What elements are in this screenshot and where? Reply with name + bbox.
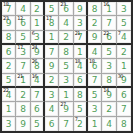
cell-r2c5[interactable]: 217 — [74, 31, 88, 45]
cage-sum-label: 16 — [103, 2, 108, 7]
cell-digit: 7 — [92, 76, 98, 85]
cell-digit: 2 — [34, 5, 40, 14]
cell-r4c2[interactable]: 268 — [31, 59, 45, 73]
cell-r5c2[interactable]: 164 — [31, 74, 45, 88]
cell-r2c7[interactable]: 226 — [102, 31, 116, 45]
cell-digit: 8 — [77, 91, 83, 100]
cell-digit: 1 — [77, 48, 83, 57]
cell-digit: 1 — [121, 62, 127, 71]
cell-digit: 9 — [92, 33, 98, 42]
cell-digit: 6 — [49, 120, 55, 129]
cell-digit: 5 — [106, 48, 112, 57]
cell-r8c6[interactable]: 1 — [88, 117, 102, 131]
cage-sum-label: 7 — [118, 31, 121, 36]
cell-digit: 8 — [92, 5, 98, 14]
cell-r1c8[interactable]: 5 — [117, 16, 131, 30]
cell-r3c7[interactable]: 5 — [102, 45, 116, 59]
cell-digit: 7 — [49, 48, 55, 57]
cell-digit: 4 — [92, 48, 98, 57]
cell-digit: 5 — [92, 91, 98, 100]
cell-r2c4[interactable]: 2 — [59, 31, 73, 45]
cage-sum-label: 24 — [32, 45, 37, 50]
cell-digit: 8 — [20, 105, 26, 114]
cage-sum-label: 23 — [3, 16, 8, 21]
cell-digit: 9 — [20, 120, 26, 129]
cell-r4c3[interactable]: 9 — [45, 59, 59, 73]
cell-digit: 8 — [6, 33, 12, 42]
cell-digit: 5 — [49, 5, 55, 14]
cell-digit: 2 — [49, 76, 55, 85]
cell-digit: 8 — [106, 76, 112, 85]
cell-r5c8[interactable]: 309 — [117, 74, 131, 88]
cage-sum-label: 18 — [3, 2, 8, 7]
cell-r1c5[interactable]: 3 — [74, 16, 88, 30]
cage-sum-label: 23 — [60, 2, 65, 7]
cell-r1c6[interactable]: 2 — [88, 16, 102, 30]
cell-digit: 2 — [20, 91, 26, 100]
cell-digit: 6 — [6, 48, 12, 57]
cell-r7c4[interactable]: 279 — [59, 102, 73, 116]
cell-r4c7[interactable]: 3 — [102, 59, 116, 73]
cell-r4c0[interactable]: 2 — [2, 59, 16, 73]
cell-r0c3[interactable]: 5 — [45, 2, 59, 16]
cell-r5c1[interactable]: 211 — [16, 74, 30, 88]
cell-r0c6[interactable]: 8 — [88, 2, 102, 16]
cell-r6c1[interactable]: 2 — [16, 88, 30, 102]
cell-digit: 4 — [20, 5, 26, 14]
cell-r0c0[interactable]: 187 — [2, 2, 16, 16]
cell-r0c1[interactable]: 4 — [16, 2, 30, 16]
cage-sum-label: 17 — [17, 45, 22, 50]
cell-digit: 8 — [63, 48, 69, 57]
cell-r7c2[interactable]: 6 — [31, 102, 45, 116]
cell-r5c0[interactable]: 5 — [2, 74, 16, 88]
cell-digit: 1 — [34, 19, 40, 28]
killer-sudoku-board: 1874252369816132391261178432758563122179… — [0, 0, 133, 133]
cell-r1c7[interactable]: 7 — [102, 16, 116, 30]
cell-r8c8[interactable]: 8 — [117, 117, 131, 131]
cell-digit: 3 — [121, 5, 127, 14]
cell-r1c4[interactable]: 4 — [59, 16, 73, 30]
cell-r6c8[interactable]: 6 — [117, 88, 131, 102]
cell-r5c6[interactable]: 7 — [88, 74, 102, 88]
cage-sum-label: 22 — [3, 88, 8, 93]
cell-digit: 1 — [6, 105, 12, 114]
cage-sum-label: 16 — [32, 74, 37, 79]
cage-sum-label: 26 — [32, 59, 37, 64]
cell-r8c0[interactable]: 3 — [2, 117, 16, 131]
cell-r1c1[interactable]: 126 — [16, 16, 30, 30]
cell-digit: 5 — [121, 19, 127, 28]
cell-digit: 4 — [49, 105, 55, 114]
cell-digit: 3 — [63, 76, 69, 85]
cell-digit: 6 — [121, 91, 127, 100]
cell-digit: 7 — [34, 91, 40, 100]
cell-digit: 9 — [49, 62, 55, 71]
cage-sum-label: 17 — [46, 16, 51, 21]
cell-r6c5[interactable]: 8 — [74, 88, 88, 102]
cell-digit: 1 — [92, 120, 98, 129]
cell-digit: 3 — [106, 62, 112, 71]
cell-r8c5[interactable]: 72 — [74, 117, 88, 131]
cell-r0c5[interactable]: 9 — [74, 2, 88, 16]
cell-digit: 5 — [63, 62, 69, 71]
cage-sum-label: 30 — [118, 74, 123, 79]
cell-digit: 7 — [63, 120, 69, 129]
cell-r8c4[interactable]: 7 — [59, 117, 73, 131]
cell-r3c4[interactable]: 8 — [59, 45, 73, 59]
cell-r0c2[interactable]: 2 — [31, 2, 45, 16]
cage-sum-label: 14 — [103, 88, 108, 93]
cell-digit: 5 — [20, 33, 26, 42]
cell-r8c2[interactable]: 5 — [31, 117, 45, 131]
cell-r4c6[interactable]: 186 — [88, 59, 102, 73]
cell-r5c5[interactable]: 6 — [74, 74, 88, 88]
cell-digit: 7 — [20, 62, 26, 71]
cell-digit: 1 — [49, 33, 55, 42]
cell-r1c0[interactable]: 239 — [2, 16, 16, 30]
cell-r6c3[interactable]: 3 — [45, 88, 59, 102]
cell-r3c1[interactable]: 173 — [16, 45, 30, 59]
cell-digit: 3 — [49, 91, 55, 100]
cell-r2c2[interactable]: 63 — [31, 31, 45, 45]
cell-r3c6[interactable]: 4 — [88, 45, 102, 59]
cell-r5c7[interactable]: 8 — [102, 74, 116, 88]
cell-r7c8[interactable]: 7 — [117, 102, 131, 116]
cell-r4c1[interactable]: 7 — [16, 59, 30, 73]
cell-r6c4[interactable]: 1 — [59, 88, 73, 102]
cell-r5c3[interactable]: 2 — [45, 74, 59, 88]
cell-r7c7[interactable]: 2 — [102, 102, 116, 116]
cell-digit: 8 — [121, 120, 127, 129]
cell-digit: 3 — [92, 105, 98, 114]
cage-sum-label: 22 — [103, 31, 108, 36]
cell-r2c3[interactable]: 1 — [45, 31, 59, 45]
cell-r8c7[interactable]: 4 — [102, 117, 116, 131]
cell-r2c1[interactable]: 5 — [16, 31, 30, 45]
cell-digit: 3 — [34, 33, 40, 42]
cell-r3c0[interactable]: 6 — [2, 45, 16, 59]
cell-r2c6[interactable]: 9 — [88, 31, 102, 45]
cage-sum-label: 21 — [17, 74, 22, 79]
cell-r0c8[interactable]: 3 — [117, 2, 131, 16]
cell-digit: 6 — [34, 105, 40, 114]
cell-digit: 2 — [77, 120, 83, 129]
cell-r7c5[interactable]: 5 — [74, 102, 88, 116]
cell-r6c7[interactable]: 149 — [102, 88, 116, 102]
cell-r2c0[interactable]: 8 — [2, 31, 16, 45]
cell-r8c3[interactable]: 6 — [45, 117, 59, 131]
cell-r3c5[interactable]: 1 — [74, 45, 88, 59]
cell-digit: 4 — [63, 19, 69, 28]
cell-digit: 1 — [63, 91, 69, 100]
cell-r3c3[interactable]: 7 — [45, 45, 59, 59]
cell-r4c5[interactable]: 184 — [74, 59, 88, 73]
cell-r7c1[interactable]: 8 — [16, 102, 30, 116]
cell-r3c8[interactable]: 2 — [117, 45, 131, 59]
cell-r0c4[interactable]: 236 — [59, 2, 73, 16]
cage-sum-label: 27 — [60, 102, 65, 107]
cell-digit: 2 — [6, 62, 12, 71]
cell-digit: 7 — [106, 19, 112, 28]
cell-r1c3[interactable]: 178 — [45, 16, 59, 30]
cell-r6c0[interactable]: 224 — [2, 88, 16, 102]
cell-digit: 4 — [121, 33, 127, 42]
cage-sum-label: 7 — [75, 117, 78, 122]
cell-r0c7[interactable]: 161 — [102, 2, 116, 16]
cell-r7c0[interactable]: 1 — [2, 102, 16, 116]
cell-digit: 2 — [63, 33, 69, 42]
cell-r7c6[interactable]: 3 — [88, 102, 102, 116]
cell-digit: 5 — [34, 120, 40, 129]
cell-r4c4[interactable]: 5 — [59, 59, 73, 73]
cell-r4c8[interactable]: 1 — [117, 59, 131, 73]
cell-r6c2[interactable]: 7 — [31, 88, 45, 102]
cell-r8c1[interactable]: 9 — [16, 117, 30, 131]
cell-digit: 2 — [92, 19, 98, 28]
cell-r2c8[interactable]: 74 — [117, 31, 131, 45]
cell-digit: 9 — [77, 5, 83, 14]
cage-sum-label: 21 — [75, 31, 80, 36]
cell-digit: 3 — [6, 120, 12, 129]
cell-r3c2[interactable]: 249 — [31, 45, 45, 59]
cell-digit: 7 — [121, 105, 127, 114]
cell-r5c4[interactable]: 3 — [59, 74, 73, 88]
cell-digit: 2 — [121, 48, 127, 57]
cage-sum-label: 18 — [75, 59, 80, 64]
cage-sum-label: 6 — [32, 31, 35, 36]
cell-digit: 3 — [77, 19, 83, 28]
cell-digit: 5 — [77, 105, 83, 114]
cell-digit: 2 — [106, 105, 112, 114]
cell-digit: 6 — [77, 76, 83, 85]
cell-r6c6[interactable]: 5 — [88, 88, 102, 102]
cell-digit: 5 — [6, 76, 12, 85]
cell-digit: 4 — [106, 120, 112, 129]
cage-sum-label: 12 — [17, 16, 22, 21]
cage-sum-label: 18 — [89, 59, 94, 64]
cell-r7c3[interactable]: 4 — [45, 102, 59, 116]
cell-r1c2[interactable]: 1 — [31, 16, 45, 30]
